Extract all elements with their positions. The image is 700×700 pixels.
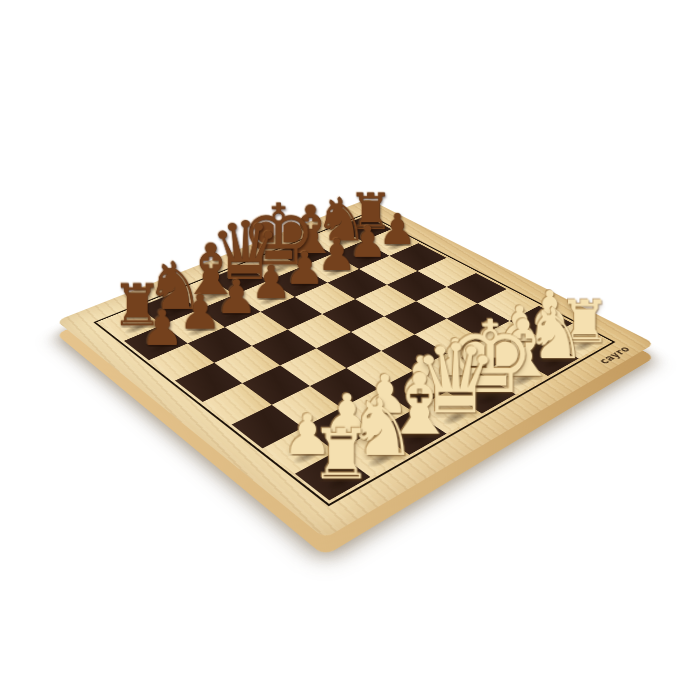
piece-shadow — [322, 470, 359, 493]
piece-shadow — [363, 449, 399, 471]
piece-shadow — [539, 354, 570, 371]
piece-shadow — [472, 351, 503, 368]
piece-shadow — [402, 428, 437, 449]
chess-board: ♜♞♝♛♚♝♞♜♟♟♟♟♟♟♟♟♟♟♟♟♟♟♟♟♜♞♝♛♚♝♞♜ cayro — [56, 199, 654, 539]
piece-shadow — [438, 408, 472, 428]
piece-shadow — [507, 371, 539, 389]
piece-shadow — [289, 445, 326, 467]
board-scene: ♜♞♝♛♚♝♞♜♟♟♟♟♟♟♟♟♟♟♟♟♟♟♟♟♜♞♝♛♚♝♞♜ cayro — [0, 0, 700, 700]
piece-shadow — [473, 389, 506, 408]
board-surface: ♜♞♝♛♚♝♞♜♟♟♟♟♟♟♟♟♟♟♟♟♟♟♟♟♜♞♝♛♚♝♞♜ cayro — [56, 199, 654, 539]
piece-shadow — [569, 337, 599, 354]
piece-shadow — [145, 339, 178, 356]
playing-area: ♜♞♝♛♚♝♞♜♟♟♟♟♟♟♟♟♟♟♟♟♟♟♟♟♜♞♝♛♚♝♞♜ — [93, 213, 615, 506]
product-photo: ♜♞♝♛♚♝♞♜♟♟♟♟♟♟♟♟♟♟♟♟♟♟♟♟♜♞♝♛♚♝♞♜ cayro — [0, 0, 700, 700]
piece-shadow — [367, 405, 401, 425]
